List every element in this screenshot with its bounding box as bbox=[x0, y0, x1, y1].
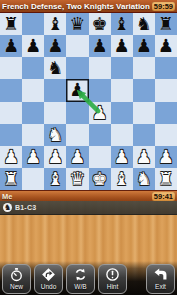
square-b4[interactable] bbox=[22, 102, 44, 124]
square-h4[interactable] bbox=[155, 102, 177, 124]
square-d3[interactable] bbox=[66, 124, 88, 146]
board-area: ♜♝♛♚♝♞♜♟♟♟♟♟♟♟♞♟♟♞♟♟♟♟♟♟♟♜♝♛♚♝♞♜ bbox=[0, 13, 177, 190]
square-e1[interactable]: ♚ bbox=[89, 168, 111, 190]
square-a1[interactable]: ♜ bbox=[0, 168, 22, 190]
wb-button-label: W/B bbox=[74, 283, 86, 290]
black-pawn: ♟ bbox=[158, 37, 174, 55]
square-a7[interactable]: ♟ bbox=[0, 35, 22, 57]
square-b6[interactable] bbox=[22, 57, 44, 79]
square-c6[interactable]: ♞ bbox=[44, 57, 66, 79]
white-king: ♚ bbox=[91, 170, 107, 188]
exit-button-label: Exit bbox=[155, 283, 166, 290]
hint-exclamation-icon bbox=[105, 267, 120, 282]
square-c3[interactable]: ♞ bbox=[44, 124, 66, 146]
black-queen: ♛ bbox=[69, 15, 85, 33]
white-pawn: ♟ bbox=[114, 148, 130, 166]
white-knight: ♞ bbox=[136, 170, 152, 188]
black-rook: ♜ bbox=[3, 15, 19, 33]
square-c7[interactable]: ♟ bbox=[44, 35, 66, 57]
square-e7[interactable]: ♟ bbox=[89, 35, 111, 57]
square-g3[interactable] bbox=[133, 124, 155, 146]
square-f1[interactable]: ♝ bbox=[111, 168, 133, 190]
title-bar: French Defense, Two Knights Variation 59… bbox=[0, 0, 177, 13]
square-d5[interactable]: ♟ bbox=[66, 79, 88, 101]
black-pawn: ♟ bbox=[3, 37, 19, 55]
square-g1[interactable]: ♞ bbox=[133, 168, 155, 190]
hint-button[interactable]: Hint bbox=[98, 264, 127, 294]
square-c2[interactable]: ♟ bbox=[44, 146, 66, 168]
square-h2[interactable]: ♟ bbox=[155, 146, 177, 168]
square-a3[interactable] bbox=[0, 124, 22, 146]
square-d6[interactable] bbox=[66, 57, 88, 79]
square-e8[interactable]: ♚ bbox=[89, 13, 111, 35]
square-e2[interactable] bbox=[89, 146, 111, 168]
square-g7[interactable]: ♟ bbox=[133, 35, 155, 57]
new-game-button[interactable]: New bbox=[2, 264, 31, 294]
white-queen: ♛ bbox=[69, 170, 85, 188]
square-a4[interactable] bbox=[0, 102, 22, 124]
square-c5[interactable] bbox=[44, 79, 66, 101]
square-h5[interactable] bbox=[155, 79, 177, 101]
white-pawn: ♟ bbox=[25, 148, 41, 166]
chess-board[interactable]: ♜♝♛♚♝♞♜♟♟♟♟♟♟♟♞♟♟♞♟♟♟♟♟♟♟♜♝♛♚♝♞♜ bbox=[0, 13, 177, 190]
square-a5[interactable] bbox=[0, 79, 22, 101]
black-pawn: ♟ bbox=[114, 37, 130, 55]
lower-panel: ♞ B1-C3 New bbox=[0, 201, 177, 295]
white-pawn: ♟ bbox=[69, 148, 85, 166]
white-knight: ♞ bbox=[47, 126, 63, 144]
white-rook: ♜ bbox=[3, 170, 19, 188]
white-pawn: ♟ bbox=[3, 148, 19, 166]
square-c4[interactable] bbox=[44, 102, 66, 124]
white-pawn: ♟ bbox=[136, 148, 152, 166]
square-e6[interactable] bbox=[89, 57, 111, 79]
black-pawn: ♟ bbox=[136, 37, 152, 55]
square-h1[interactable]: ♜ bbox=[155, 168, 177, 190]
square-d2[interactable]: ♟ bbox=[66, 146, 88, 168]
opponent-clock: 59:59 bbox=[152, 2, 175, 11]
square-c1[interactable]: ♝ bbox=[44, 168, 66, 190]
square-h6[interactable] bbox=[155, 57, 177, 79]
black-bishop: ♝ bbox=[47, 15, 63, 33]
player-bar: Me 59:41 bbox=[0, 190, 177, 201]
black-pawn: ♟ bbox=[69, 81, 85, 99]
white-pawn: ♟ bbox=[91, 104, 107, 122]
square-d8[interactable]: ♛ bbox=[66, 13, 88, 35]
player-name: Me bbox=[2, 192, 152, 201]
square-h8[interactable]: ♜ bbox=[155, 13, 177, 35]
black-rook: ♜ bbox=[158, 15, 174, 33]
exit-button[interactable]: Exit bbox=[146, 264, 175, 294]
square-g2[interactable]: ♟ bbox=[133, 146, 155, 168]
square-h3[interactable] bbox=[155, 124, 177, 146]
move-list-row[interactable]: ♞ B1-C3 bbox=[0, 201, 177, 215]
square-b3[interactable] bbox=[22, 124, 44, 146]
square-a6[interactable] bbox=[0, 57, 22, 79]
square-g5[interactable] bbox=[133, 79, 155, 101]
opening-name-title: French Defense, Two Knights Variation bbox=[2, 1, 150, 12]
square-f2[interactable]: ♟ bbox=[111, 146, 133, 168]
chess-app-screen: French Defense, Two Knights Variation 59… bbox=[0, 0, 177, 295]
swap-sides-icon bbox=[73, 267, 88, 282]
last-move-text: B1-C3 bbox=[15, 204, 36, 211]
new-button-label: New bbox=[10, 283, 23, 290]
square-b2[interactable]: ♟ bbox=[22, 146, 44, 168]
square-f8[interactable]: ♝ bbox=[111, 13, 133, 35]
knight-icon: ♞ bbox=[3, 203, 12, 212]
square-a8[interactable]: ♜ bbox=[0, 13, 22, 35]
black-bishop: ♝ bbox=[114, 15, 130, 33]
black-king: ♚ bbox=[91, 15, 107, 33]
square-f3[interactable] bbox=[111, 124, 133, 146]
bottom-toolbar: New Undo bbox=[0, 261, 177, 295]
square-b7[interactable]: ♟ bbox=[22, 35, 44, 57]
black-pawn: ♟ bbox=[25, 37, 41, 55]
square-f6[interactable] bbox=[111, 57, 133, 79]
square-a2[interactable]: ♟ bbox=[0, 146, 22, 168]
square-g4[interactable] bbox=[133, 102, 155, 124]
square-g6[interactable] bbox=[133, 57, 155, 79]
black-knight: ♞ bbox=[136, 15, 152, 33]
undo-diamond-icon bbox=[41, 267, 56, 282]
square-d7[interactable] bbox=[66, 35, 88, 57]
square-e5[interactable] bbox=[89, 79, 111, 101]
white-bishop: ♝ bbox=[47, 170, 63, 188]
square-e3[interactable] bbox=[89, 124, 111, 146]
white-bishop: ♝ bbox=[114, 170, 130, 188]
square-c8[interactable]: ♝ bbox=[44, 13, 66, 35]
square-b8[interactable] bbox=[22, 13, 44, 35]
square-f5[interactable] bbox=[111, 79, 133, 101]
black-knight: ♞ bbox=[47, 59, 63, 77]
exit-return-icon bbox=[153, 267, 168, 282]
black-pawn: ♟ bbox=[91, 37, 107, 55]
square-f7[interactable]: ♟ bbox=[111, 35, 133, 57]
hint-button-label: Hint bbox=[107, 283, 119, 290]
my-clock: 59:41 bbox=[152, 192, 175, 201]
square-d1[interactable]: ♛ bbox=[66, 168, 88, 190]
square-b1[interactable] bbox=[22, 168, 44, 190]
white-pawn: ♟ bbox=[47, 148, 63, 166]
stopwatch-icon bbox=[9, 267, 24, 282]
undo-button-label: Undo bbox=[41, 283, 57, 290]
square-g8[interactable]: ♞ bbox=[133, 13, 155, 35]
white-rook: ♜ bbox=[158, 170, 174, 188]
square-d4[interactable] bbox=[66, 102, 88, 124]
swap-sides-button[interactable]: W/B bbox=[66, 264, 95, 294]
square-b5[interactable] bbox=[22, 79, 44, 101]
undo-button[interactable]: Undo bbox=[34, 264, 63, 294]
square-h7[interactable]: ♟ bbox=[155, 35, 177, 57]
square-f4[interactable] bbox=[111, 102, 133, 124]
square-e4[interactable]: ♟ bbox=[89, 102, 111, 124]
black-pawn: ♟ bbox=[47, 37, 63, 55]
white-pawn: ♟ bbox=[158, 148, 174, 166]
